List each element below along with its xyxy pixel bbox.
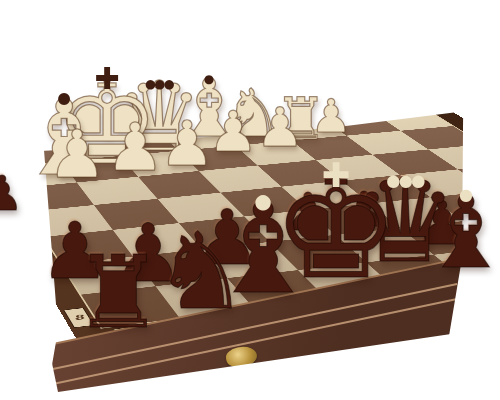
piece-black-knight-g8[interactable]: ♞ [153, 222, 248, 323]
finial-dark-ball-icon: ● [204, 73, 214, 85]
piece-white-pawn-e2[interactable]: ♟ [105, 117, 164, 180]
finial-cream-ball-icon: ● [254, 191, 272, 211]
piece-black-rook-h8[interactable]: ♜ [73, 245, 163, 340]
piece-white-pawn-c2[interactable]: ♟ [208, 104, 258, 157]
product-photo-canvas: HGFEDCBA 8 ♝●♚✚♛●●●♝●♞♜♟♟♟♟♟♟♟♜♟♞♟♝●♟♚✚♟… [0, 0, 500, 400]
finial-cream-cross-icon: ✚ [322, 158, 351, 192]
piece-white-pawn-f2[interactable]: ♟ [47, 124, 106, 187]
piece-black-bishop-c8[interactable]: ♝● [421, 185, 500, 280]
piece-white-pawn-d2[interactable]: ♟ [159, 115, 215, 174]
finial-dark-ball-icon: ● [57, 92, 71, 108]
piece-black-pawn-offboard-left[interactable]: ♟ [0, 171, 24, 217]
brass-latch-icon[interactable] [224, 344, 258, 369]
finial-cream-ball-icon: ● [459, 187, 473, 203]
